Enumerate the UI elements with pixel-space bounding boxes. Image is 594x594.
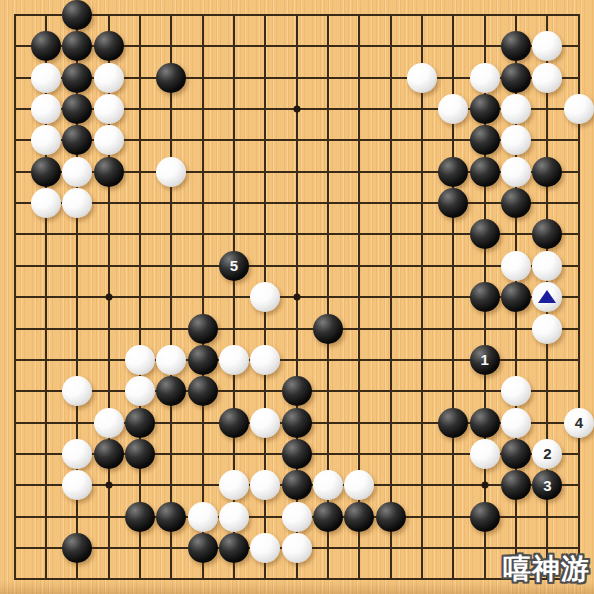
stone-black[interactable] xyxy=(156,376,186,406)
stone-black[interactable] xyxy=(532,219,562,249)
stone-black[interactable] xyxy=(282,376,312,406)
stone-black[interactable] xyxy=(62,0,92,30)
stone-white[interactable] xyxy=(94,63,124,93)
star-point xyxy=(293,294,300,301)
stone-black[interactable] xyxy=(94,439,124,469)
stone-white[interactable] xyxy=(250,408,280,438)
stone-black[interactable] xyxy=(376,502,406,532)
move-number-label: 2 xyxy=(543,446,551,461)
stone-black[interactable] xyxy=(125,439,155,469)
stone-white[interactable] xyxy=(31,188,61,218)
move-number-label: 4 xyxy=(575,415,583,430)
stone-black[interactable] xyxy=(156,502,186,532)
stone-black[interactable] xyxy=(282,408,312,438)
stone-white[interactable] xyxy=(156,157,186,187)
stone-black[interactable] xyxy=(62,94,92,124)
stone-white[interactable] xyxy=(31,125,61,155)
stone-black[interactable] xyxy=(31,157,61,187)
move-number-label: 3 xyxy=(543,478,551,493)
stone-white[interactable] xyxy=(62,188,92,218)
star-point xyxy=(293,106,300,113)
move-number-label: 1 xyxy=(481,352,489,367)
stone-black[interactable]: 3 xyxy=(532,470,562,500)
stone-white[interactable] xyxy=(532,282,562,312)
stone-black[interactable] xyxy=(470,282,500,312)
stone-white[interactable] xyxy=(62,157,92,187)
stone-white[interactable] xyxy=(250,533,280,563)
stone-black[interactable] xyxy=(188,314,218,344)
stone-white[interactable] xyxy=(438,94,468,124)
star-point xyxy=(105,294,112,301)
stone-white[interactable] xyxy=(94,408,124,438)
stone-white[interactable] xyxy=(156,345,186,375)
stone-black[interactable] xyxy=(125,408,155,438)
stone-white[interactable] xyxy=(532,314,562,344)
stone-white[interactable] xyxy=(250,282,280,312)
stone-black[interactable] xyxy=(188,376,218,406)
stone-black[interactable] xyxy=(344,502,374,532)
stone-black[interactable] xyxy=(438,408,468,438)
star-point xyxy=(481,482,488,489)
stone-white[interactable] xyxy=(501,125,531,155)
stone-white[interactable] xyxy=(407,63,437,93)
stone-white[interactable] xyxy=(219,502,249,532)
stone-black[interactable] xyxy=(62,125,92,155)
stone-black[interactable] xyxy=(470,94,500,124)
stone-black[interactable] xyxy=(125,502,155,532)
stone-white[interactable] xyxy=(501,376,531,406)
stone-white[interactable] xyxy=(94,125,124,155)
stone-black[interactable] xyxy=(219,533,249,563)
stone-black[interactable] xyxy=(470,408,500,438)
stone-white[interactable] xyxy=(94,94,124,124)
stone-black[interactable] xyxy=(282,439,312,469)
stone-black[interactable] xyxy=(532,157,562,187)
stone-black[interactable] xyxy=(501,470,531,500)
move-number-label: 5 xyxy=(230,258,238,273)
stone-black[interactable] xyxy=(470,157,500,187)
stone-white[interactable] xyxy=(125,376,155,406)
stone-black[interactable] xyxy=(470,219,500,249)
stone-white[interactable] xyxy=(62,376,92,406)
stone-black[interactable] xyxy=(219,408,249,438)
stone-white[interactable] xyxy=(532,251,562,281)
stone-white[interactable]: 2 xyxy=(532,439,562,469)
stone-white[interactable] xyxy=(282,533,312,563)
stone-black[interactable] xyxy=(470,502,500,532)
stone-black[interactable] xyxy=(94,31,124,61)
stone-white[interactable] xyxy=(31,94,61,124)
stone-black[interactable] xyxy=(313,502,343,532)
board-bottom-shading xyxy=(0,581,594,594)
stone-white[interactable] xyxy=(250,345,280,375)
stone-black[interactable]: 1 xyxy=(470,345,500,375)
stone-white[interactable] xyxy=(219,470,249,500)
stone-black[interactable]: 5 xyxy=(219,251,249,281)
go-board[interactable]: 51423 嘻神游 xyxy=(0,0,594,594)
go-board-app: 51423 嘻神游 xyxy=(0,0,594,594)
stone-white[interactable] xyxy=(470,439,500,469)
stone-white[interactable] xyxy=(219,345,249,375)
stone-black[interactable] xyxy=(31,31,61,61)
stone-white[interactable] xyxy=(188,502,218,532)
stone-white[interactable] xyxy=(564,94,594,124)
stone-white[interactable]: 4 xyxy=(564,408,594,438)
stone-white[interactable] xyxy=(62,470,92,500)
stone-white[interactable] xyxy=(532,63,562,93)
stone-black[interactable] xyxy=(501,188,531,218)
stone-white[interactable] xyxy=(313,470,343,500)
stone-white[interactable] xyxy=(501,157,531,187)
grid-hline xyxy=(14,578,580,580)
stone-black[interactable] xyxy=(470,125,500,155)
stone-black[interactable] xyxy=(501,63,531,93)
star-point xyxy=(105,482,112,489)
stone-white[interactable] xyxy=(501,94,531,124)
stone-white[interactable] xyxy=(125,345,155,375)
stone-black[interactable] xyxy=(438,188,468,218)
stone-white[interactable] xyxy=(282,502,312,532)
stone-black[interactable] xyxy=(438,157,468,187)
stone-black[interactable] xyxy=(313,314,343,344)
stone-black[interactable] xyxy=(62,63,92,93)
stone-black[interactable] xyxy=(501,282,531,312)
grid-vline xyxy=(421,14,423,580)
stone-white[interactable] xyxy=(250,470,280,500)
stone-white[interactable] xyxy=(532,31,562,61)
stone-white[interactable] xyxy=(344,470,374,500)
stone-black[interactable] xyxy=(188,345,218,375)
stone-black[interactable] xyxy=(501,31,531,61)
stone-black[interactable] xyxy=(62,533,92,563)
grid-hline xyxy=(14,328,580,330)
stone-black[interactable] xyxy=(94,157,124,187)
stone-white[interactable] xyxy=(501,251,531,281)
stone-black[interactable] xyxy=(501,439,531,469)
stone-white[interactable] xyxy=(31,63,61,93)
triangle-marker-icon xyxy=(538,290,556,303)
grid-vline xyxy=(390,14,392,580)
stone-black[interactable] xyxy=(156,63,186,93)
stone-black[interactable] xyxy=(282,470,312,500)
stone-black[interactable] xyxy=(188,533,218,563)
stone-white[interactable] xyxy=(62,439,92,469)
stone-white[interactable] xyxy=(470,63,500,93)
stone-white[interactable] xyxy=(501,408,531,438)
stone-black[interactable] xyxy=(62,31,92,61)
